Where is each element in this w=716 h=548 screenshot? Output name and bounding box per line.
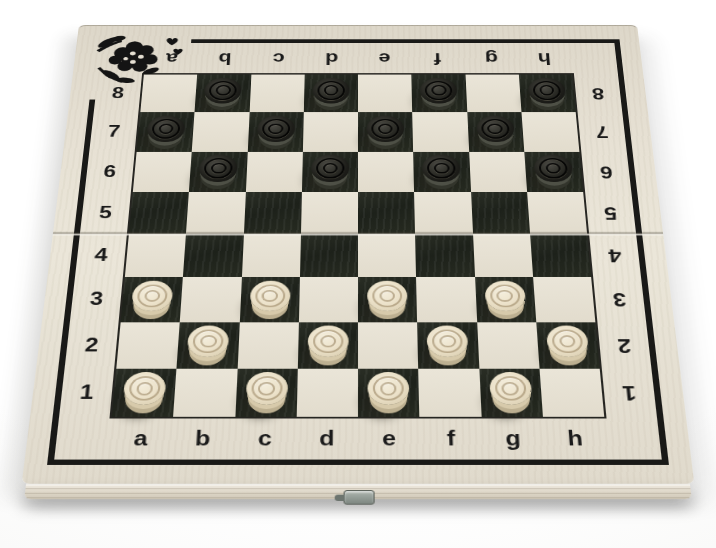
rank-label-left-8: 8 — [92, 75, 144, 113]
piece-dark-d8[interactable] — [312, 78, 349, 104]
file-label-bottom-d: d — [295, 417, 358, 462]
rank-label-left-1: 1 — [57, 368, 116, 416]
piece-dark-b8[interactable] — [204, 78, 242, 104]
square-c4[interactable] — [241, 234, 300, 277]
photo-background: abcdefgh abcdefgh 87654321 87654321 — [0, 0, 716, 548]
square-a7[interactable] — [137, 112, 195, 151]
square-h6[interactable] — [524, 151, 583, 191]
square-c5[interactable] — [243, 192, 301, 234]
rank-label-right-6: 6 — [579, 151, 633, 191]
piece-light-a1[interactable] — [123, 372, 167, 405]
piece-dark-h6[interactable] — [533, 155, 573, 182]
file-label-bottom-f: f — [420, 417, 484, 462]
square-e4[interactable] — [358, 234, 416, 277]
square-d5[interactable] — [301, 192, 358, 234]
file-label-top-a: a — [144, 42, 200, 75]
square-g2[interactable] — [477, 322, 540, 369]
rank-label-right-3: 3 — [591, 277, 648, 322]
square-e8[interactable] — [358, 75, 412, 113]
square-c6[interactable] — [245, 151, 302, 191]
square-f1[interactable] — [418, 368, 481, 416]
square-e7[interactable] — [358, 112, 413, 151]
piece-light-c1[interactable] — [245, 372, 288, 405]
rank-label-right-5: 5 — [583, 192, 638, 234]
square-g6[interactable] — [469, 151, 527, 191]
square-c8[interactable] — [249, 75, 304, 113]
piece-dark-b6[interactable] — [199, 155, 239, 182]
piece-light-b2[interactable] — [187, 326, 230, 358]
rank-label-right-8: 8 — [572, 75, 624, 113]
square-c7[interactable] — [247, 112, 303, 151]
rank-label-right-7: 7 — [576, 112, 629, 151]
rank-label-right-2: 2 — [595, 322, 653, 369]
square-a1[interactable] — [112, 368, 177, 416]
hinge-seam — [53, 232, 664, 236]
file-label-top-d: d — [304, 42, 358, 75]
piece-dark-h8[interactable] — [527, 78, 566, 104]
square-g4[interactable] — [473, 234, 533, 277]
file-label-top-f: f — [411, 42, 465, 75]
square-e2[interactable] — [358, 322, 418, 369]
rank-label-right-1: 1 — [600, 368, 659, 416]
square-c2[interactable] — [237, 322, 299, 369]
square-b2[interactable] — [177, 322, 240, 369]
square-h3[interactable] — [533, 277, 595, 322]
rank-label-left-3: 3 — [68, 277, 125, 322]
square-d2[interactable] — [298, 322, 358, 369]
file-label-top-h: h — [516, 42, 572, 75]
file-label-bottom-b: b — [170, 417, 235, 462]
file-label-bottom-c: c — [233, 417, 297, 462]
file-label-top-g: g — [464, 42, 519, 75]
piece-light-g1[interactable] — [489, 372, 532, 405]
square-a3[interactable] — [121, 277, 183, 322]
square-d3[interactable] — [299, 277, 358, 322]
piece-light-h2[interactable] — [546, 326, 589, 358]
square-a5[interactable] — [129, 192, 189, 234]
square-a6[interactable] — [133, 151, 192, 191]
square-f8[interactable] — [412, 75, 467, 113]
file-labels-top: abcdefgh — [144, 42, 572, 75]
square-h8[interactable] — [519, 75, 576, 113]
square-h2[interactable] — [536, 322, 600, 369]
rank-label-right-4: 4 — [587, 234, 643, 277]
square-e3[interactable] — [358, 277, 417, 322]
square-f7[interactable] — [412, 112, 468, 151]
piece-dark-g7[interactable] — [476, 115, 515, 142]
rank-label-left-5: 5 — [78, 192, 133, 234]
board-grid — [112, 75, 604, 417]
square-h7[interactable] — [521, 112, 579, 151]
file-label-bottom-e: e — [358, 417, 421, 462]
square-h5[interactable] — [527, 192, 587, 234]
square-f2[interactable] — [417, 322, 479, 369]
piece-dark-f6[interactable] — [422, 155, 461, 182]
square-d6[interactable] — [302, 151, 358, 191]
rank-label-left-7: 7 — [87, 112, 140, 151]
square-b1[interactable] — [173, 368, 237, 416]
square-f3[interactable] — [416, 277, 476, 322]
piece-light-e1[interactable] — [368, 372, 410, 405]
square-e1[interactable] — [358, 368, 420, 416]
piece-light-a3[interactable] — [131, 281, 174, 311]
rank-label-left-6: 6 — [83, 151, 137, 191]
file-label-top-b: b — [197, 42, 252, 75]
square-e5[interactable] — [358, 192, 415, 234]
square-h4[interactable] — [530, 234, 591, 277]
board-side-edge — [24, 484, 692, 499]
file-label-bottom-h: h — [543, 417, 609, 462]
square-d4[interactable] — [300, 234, 358, 277]
checkers-board: abcdefgh abcdefgh 87654321 87654321 — [22, 25, 695, 484]
square-f6[interactable] — [413, 151, 470, 191]
file-label-bottom-g: g — [481, 417, 546, 462]
square-c3[interactable] — [239, 277, 299, 322]
file-label-top-e: e — [358, 42, 412, 75]
square-e6[interactable] — [358, 151, 414, 191]
piece-dark-e7[interactable] — [367, 115, 405, 142]
square-g1[interactable] — [479, 368, 543, 416]
piece-light-g3[interactable] — [484, 281, 526, 311]
square-g5[interactable] — [471, 192, 530, 234]
file-label-top-c: c — [251, 42, 305, 75]
piece-light-c3[interactable] — [249, 281, 290, 311]
square-b5[interactable] — [186, 192, 245, 234]
piece-light-e3[interactable] — [367, 281, 407, 311]
rank-label-left-4: 4 — [73, 234, 129, 277]
square-d8[interactable] — [304, 75, 358, 113]
piece-dark-a7[interactable] — [146, 115, 186, 142]
square-g3[interactable] — [475, 277, 536, 322]
piece-dark-d6[interactable] — [311, 155, 349, 182]
square-b3[interactable] — [180, 277, 241, 322]
square-b8[interactable] — [195, 75, 251, 113]
square-a2[interactable] — [116, 322, 180, 369]
square-f4[interactable] — [415, 234, 474, 277]
square-d1[interactable] — [296, 368, 358, 416]
square-f5[interactable] — [414, 192, 472, 234]
piece-dark-f8[interactable] — [420, 78, 458, 104]
piece-dark-c7[interactable] — [257, 115, 295, 142]
file-labels-bottom: abcdefgh — [108, 417, 609, 462]
file-label-bottom-a: a — [108, 417, 174, 462]
piece-light-f2[interactable] — [427, 326, 469, 358]
square-a4[interactable] — [125, 234, 186, 277]
square-a8[interactable] — [140, 75, 197, 113]
square-g8[interactable] — [465, 75, 521, 113]
metal-clasp — [344, 490, 375, 505]
square-c1[interactable] — [235, 368, 298, 416]
square-d7[interactable] — [303, 112, 358, 151]
piece-light-d2[interactable] — [307, 326, 348, 358]
square-b6[interactable] — [189, 151, 247, 191]
rank-label-left-2: 2 — [62, 322, 120, 369]
square-b4[interactable] — [183, 234, 243, 277]
square-b7[interactable] — [192, 112, 249, 151]
square-g7[interactable] — [467, 112, 524, 151]
square-h1[interactable] — [539, 368, 604, 416]
